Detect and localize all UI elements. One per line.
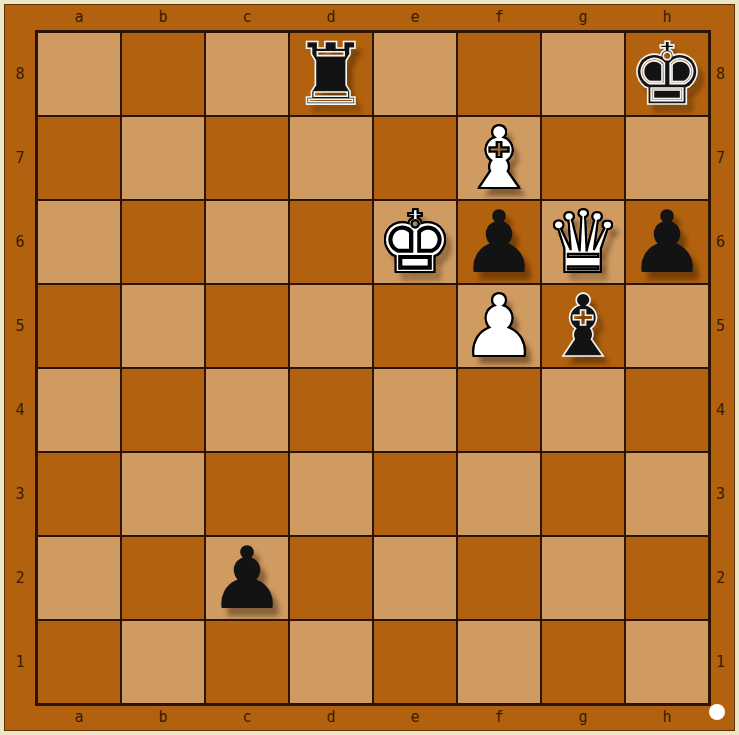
file-label-top-e: e [373,6,457,29]
square-a6[interactable] [37,200,121,284]
square-c2[interactable]: ♟ [205,536,289,620]
square-f6[interactable]: ♟ [457,200,541,284]
file-label-top-g: g [541,6,625,29]
square-b4[interactable] [121,368,205,452]
square-c5[interactable] [205,284,289,368]
chess-board: ♜♚♝♚♟♛♟♟♝♟ [35,30,711,706]
board-frame: ♜♚♝♚♟♛♟♟♝♟ aabbccddeeffgghh8877665544332… [4,4,735,731]
rank-label-left-6: 6 [5,200,35,284]
file-label-bottom-d: d [289,706,373,728]
square-d5[interactable] [289,284,373,368]
square-d6[interactable] [289,200,373,284]
file-label-top-a: a [37,6,121,29]
rank-label-right-5: 5 [711,284,730,368]
square-a8[interactable] [37,32,121,116]
rank-label-right-8: 8 [711,32,730,116]
square-e4[interactable] [373,368,457,452]
file-label-bottom-c: c [205,706,289,728]
piece-white-queen[interactable]: ♛ [542,201,624,283]
rank-label-left-2: 2 [5,536,35,620]
square-b6[interactable] [121,200,205,284]
rank-label-right-7: 7 [711,116,730,200]
piece-black-pawn[interactable]: ♟ [206,537,288,619]
square-d4[interactable] [289,368,373,452]
square-g8[interactable] [541,32,625,116]
square-a5[interactable] [37,284,121,368]
square-g2[interactable] [541,536,625,620]
square-a7[interactable] [37,116,121,200]
square-d3[interactable] [289,452,373,536]
square-b8[interactable] [121,32,205,116]
rank-label-right-2: 2 [711,536,730,620]
file-label-bottom-b: b [121,706,205,728]
square-e2[interactable] [373,536,457,620]
square-e7[interactable] [373,116,457,200]
square-g4[interactable] [541,368,625,452]
file-label-top-d: d [289,6,373,29]
rank-label-left-1: 1 [5,620,35,704]
square-a2[interactable] [37,536,121,620]
turn-indicator-dot [709,704,725,720]
square-e5[interactable] [373,284,457,368]
square-g3[interactable] [541,452,625,536]
square-d2[interactable] [289,536,373,620]
square-c1[interactable] [205,620,289,704]
square-d7[interactable] [289,116,373,200]
square-a1[interactable] [37,620,121,704]
square-h1[interactable] [625,620,709,704]
square-f5[interactable]: ♟ [457,284,541,368]
square-f2[interactable] [457,536,541,620]
square-f1[interactable] [457,620,541,704]
file-label-top-f: f [457,6,541,29]
square-g7[interactable] [541,116,625,200]
piece-white-king[interactable]: ♚ [374,201,456,283]
square-f4[interactable] [457,368,541,452]
square-g6[interactable]: ♛ [541,200,625,284]
rank-label-right-3: 3 [711,452,730,536]
square-e8[interactable] [373,32,457,116]
rank-label-left-8: 8 [5,32,35,116]
file-label-bottom-e: e [373,706,457,728]
chess-board-window: ♜♚♝♚♟♛♟♟♝♟ aabbccddeeffgghh8877665544332… [0,0,739,735]
square-h8[interactable]: ♚ [625,32,709,116]
square-a3[interactable] [37,452,121,536]
rank-label-left-5: 5 [5,284,35,368]
square-h7[interactable] [625,116,709,200]
square-h5[interactable] [625,284,709,368]
square-f7[interactable]: ♝ [457,116,541,200]
piece-black-king[interactable]: ♚ [626,33,708,115]
square-c7[interactable] [205,116,289,200]
square-h3[interactable] [625,452,709,536]
square-h6[interactable]: ♟ [625,200,709,284]
square-g5[interactable]: ♝ [541,284,625,368]
rank-label-left-7: 7 [5,116,35,200]
file-label-top-b: b [121,6,205,29]
square-f3[interactable] [457,452,541,536]
square-b1[interactable] [121,620,205,704]
file-label-top-h: h [625,6,709,29]
file-label-bottom-a: a [37,706,121,728]
piece-black-pawn[interactable]: ♟ [458,201,540,283]
piece-black-pawn[interactable]: ♟ [626,201,708,283]
file-label-top-c: c [205,6,289,29]
piece-black-bishop[interactable]: ♝ [542,285,624,367]
square-c8[interactable] [205,32,289,116]
square-g1[interactable] [541,620,625,704]
rank-label-left-4: 4 [5,368,35,452]
square-e6[interactable]: ♚ [373,200,457,284]
square-b3[interactable] [121,452,205,536]
rank-label-right-6: 6 [711,200,730,284]
piece-white-bishop[interactable]: ♝ [458,117,540,199]
file-label-bottom-g: g [541,706,625,728]
square-d1[interactable] [289,620,373,704]
square-c4[interactable] [205,368,289,452]
rank-label-right-1: 1 [711,620,730,704]
square-e1[interactable] [373,620,457,704]
rank-label-left-3: 3 [5,452,35,536]
square-f8[interactable] [457,32,541,116]
square-b2[interactable] [121,536,205,620]
square-d8[interactable]: ♜ [289,32,373,116]
square-c6[interactable] [205,200,289,284]
file-label-bottom-f: f [457,706,541,728]
square-b7[interactable] [121,116,205,200]
square-h4[interactable] [625,368,709,452]
piece-black-rook[interactable]: ♜ [290,33,372,115]
square-b5[interactable] [121,284,205,368]
square-c3[interactable] [205,452,289,536]
file-label-bottom-h: h [625,706,709,728]
square-a4[interactable] [37,368,121,452]
piece-white-pawn[interactable]: ♟ [458,285,540,367]
square-e3[interactable] [373,452,457,536]
square-h2[interactable] [625,536,709,620]
rank-label-right-4: 4 [711,368,730,452]
